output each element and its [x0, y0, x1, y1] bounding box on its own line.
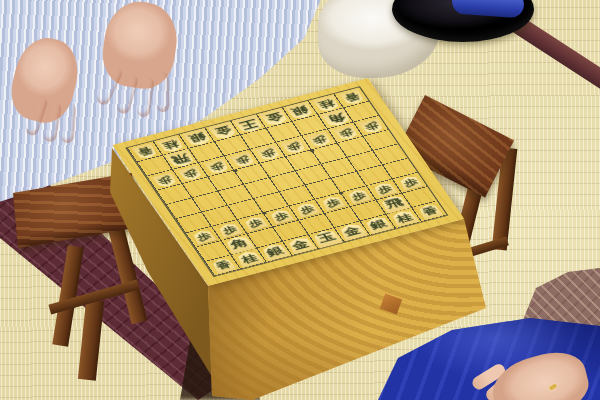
shogi-piece-gote-gold-41[interactable]: 金	[259, 108, 291, 127]
shogi-piece-sente-silver-39[interactable]: 銀	[363, 215, 395, 234]
shogi-piece-gote-pawn-23[interactable]: 歩	[332, 124, 359, 141]
shogi-piece-gote-gold-61[interactable]: 金	[207, 122, 239, 141]
shogi-piece-gote-pawn-93[interactable]: 歩	[151, 172, 178, 189]
shogi-piece-gote-bishop-22[interactable]: 角	[320, 108, 353, 128]
shogi-piece-sente-silver-79[interactable]: 銀	[259, 242, 291, 261]
shogi-piece-sente-pawn-67[interactable]: 歩	[268, 208, 295, 225]
shogi-piece-gote-pawn-73[interactable]: 歩	[203, 158, 230, 175]
board-star-point	[232, 169, 238, 172]
shogi-piece-gote-lance-11[interactable]: 香	[338, 89, 366, 106]
shogi-piece-sente-gold-69[interactable]: 金	[285, 235, 317, 254]
shogi-piece-sente-lance-19[interactable]: 香	[416, 203, 444, 220]
board-star-point	[339, 191, 345, 194]
shogi-piece-sente-lance-99[interactable]: 香	[210, 257, 238, 274]
finger	[61, 103, 77, 144]
shogi-piece-gote-king-51[interactable]: 王	[232, 114, 265, 134]
shogi-piece-sente-pawn-37[interactable]: 歩	[345, 188, 372, 205]
shogi-piece-gote-pawn-13[interactable]: 歩	[358, 118, 385, 135]
shogi-piece-gote-pawn-33[interactable]: 歩	[306, 131, 333, 148]
board-star-point	[309, 149, 315, 152]
shogi-piece-gote-pawn-63[interactable]: 歩	[229, 151, 256, 168]
shogi-piece-sente-pawn-27[interactable]: 歩	[371, 181, 398, 198]
shogi-piece-gote-rook-82[interactable]: 飛	[165, 149, 198, 169]
shogi-piece-gote-pawn-83[interactable]: 歩	[177, 165, 204, 182]
shogi-piece-sente-gold-49[interactable]: 金	[337, 222, 369, 241]
shogi-piece-sente-pawn-87[interactable]: 歩	[216, 222, 243, 239]
board-star-point	[261, 212, 267, 215]
shogi-piece-sente-pawn-97[interactable]: 歩	[190, 229, 217, 246]
shogi-piece-gote-pawn-43[interactable]: 歩	[281, 138, 308, 155]
shogi-piece-sente-pawn-17[interactable]: 歩	[397, 175, 424, 192]
finger	[155, 72, 169, 112]
shogi-piece-gote-silver-31[interactable]: 銀	[285, 101, 317, 120]
shogi-piece-gote-silver-71[interactable]: 銀	[181, 128, 213, 147]
shogi-piece-sente-pawn-57[interactable]: 歩	[294, 202, 321, 219]
shogi-piece-sente-king-59[interactable]: 玉	[310, 228, 343, 248]
shogi-match-photo: 香桂銀金王金銀桂香飛角歩歩歩歩歩歩歩歩歩歩歩歩歩歩歩歩歩歩角飛香桂銀金玉金銀桂香	[0, 0, 600, 400]
shogi-piece-sente-pawn-77[interactable]: 歩	[242, 215, 269, 232]
shogi-piece-gote-lance-91[interactable]: 香	[132, 143, 160, 160]
shogi-piece-sente-pawn-47[interactable]: 歩	[320, 195, 347, 212]
shogi-piece-gote-pawn-53[interactable]: 歩	[255, 145, 282, 162]
